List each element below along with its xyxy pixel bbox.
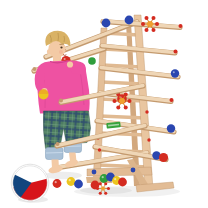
- spinner-dot: [99, 192, 102, 195]
- child-eye: [60, 46, 62, 48]
- spinner-dot: [96, 187, 99, 190]
- floor-ball-yellow: [67, 177, 76, 186]
- spinner-dot: [116, 106, 120, 110]
- track-end-stop-red: [179, 24, 183, 28]
- spinner-dot: [104, 182, 107, 185]
- blue-peg: [131, 168, 136, 173]
- ball-highlight: [69, 179, 71, 181]
- ball-highlight: [102, 176, 104, 178]
- red-peg: [147, 138, 150, 141]
- spinner-hub: [147, 21, 153, 27]
- red-peg: [145, 110, 148, 113]
- blue-ball-track-tip: [167, 124, 175, 132]
- child-shadow: [44, 172, 82, 180]
- spinner-dot: [141, 22, 145, 26]
- ball-highlight: [173, 71, 175, 73]
- track-end-stop-red: [170, 98, 174, 102]
- spinner-dot: [128, 99, 132, 103]
- blue-peg: [92, 170, 97, 175]
- child-brow: [60, 44, 65, 45]
- child-cheek: [59, 50, 63, 54]
- spinner-dot: [99, 182, 102, 185]
- red-peg: [98, 148, 101, 151]
- track-end-stop-red: [174, 50, 178, 54]
- cuff-fold: [46, 153, 63, 154]
- product-photo-canvas: [0, 0, 208, 208]
- blue-finial: [102, 19, 111, 28]
- track-end-stop: [33, 67, 37, 71]
- ball-highlight: [55, 181, 57, 183]
- spinner-dot: [152, 28, 156, 32]
- spinner-dot: [107, 187, 110, 190]
- spinner-hub: [101, 186, 105, 190]
- ball-highlight: [114, 178, 116, 180]
- spinner-hub: [119, 98, 125, 104]
- blue-finial: [125, 16, 134, 25]
- ball-highlight: [64, 58, 66, 60]
- spinner-dot: [145, 16, 149, 20]
- spinner-dot: [113, 99, 117, 103]
- green-knob: [88, 57, 96, 65]
- child-right-hand: [67, 61, 73, 67]
- floor-ball-blue: [74, 180, 83, 189]
- spinner-dot: [152, 16, 156, 20]
- red-ball-track-tip: [159, 153, 168, 162]
- floor-ball-red: [118, 178, 127, 187]
- spinner-dot: [124, 106, 128, 110]
- spinner-dot: [145, 28, 149, 32]
- tower-rung: [98, 165, 149, 167]
- track-end-stop: [56, 142, 60, 146]
- tower-rung: [102, 82, 143, 84]
- floor-ball-red: [53, 179, 62, 188]
- spinner-dot: [104, 192, 107, 195]
- tower-rung: [100, 116, 145, 118]
- spinner-dot: [155, 22, 159, 26]
- track-end-stop: [59, 99, 63, 103]
- spinner-dot: [124, 93, 128, 97]
- blue-ball-track-tip: [171, 69, 179, 77]
